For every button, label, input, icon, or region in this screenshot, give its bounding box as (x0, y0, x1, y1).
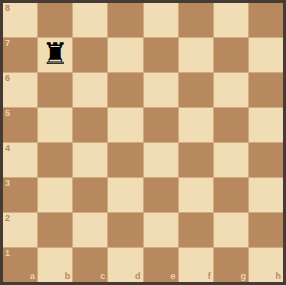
square-g1[interactable]: g (214, 248, 248, 282)
square-d4[interactable] (108, 143, 142, 177)
square-g7[interactable] (214, 38, 248, 72)
square-e4[interactable] (144, 143, 178, 177)
square-a8[interactable]: 8 (3, 3, 37, 37)
square-h3[interactable] (249, 178, 283, 212)
rank-label-1: 1 (5, 249, 10, 258)
chess-board: 87♜654321abcdefgh (0, 0, 286, 285)
file-label-h: h (276, 272, 282, 281)
square-h4[interactable] (249, 143, 283, 177)
rank-label-5: 5 (5, 109, 10, 118)
square-c6[interactable] (73, 73, 107, 107)
square-c1[interactable]: c (73, 248, 107, 282)
square-e3[interactable] (144, 178, 178, 212)
square-c4[interactable] (73, 143, 107, 177)
square-d8[interactable] (108, 3, 142, 37)
square-d6[interactable] (108, 73, 142, 107)
square-d1[interactable]: d (108, 248, 142, 282)
square-f6[interactable] (179, 73, 213, 107)
square-d7[interactable] (108, 38, 142, 72)
square-c5[interactable] (73, 108, 107, 142)
square-d3[interactable] (108, 178, 142, 212)
square-d2[interactable] (108, 213, 142, 247)
square-h7[interactable] (249, 38, 283, 72)
square-h2[interactable] (249, 213, 283, 247)
square-f7[interactable] (179, 38, 213, 72)
square-a3[interactable]: 3 (3, 178, 37, 212)
square-b4[interactable] (38, 143, 72, 177)
rank-label-3: 3 (5, 179, 10, 188)
square-h1[interactable]: h (249, 248, 283, 282)
square-e6[interactable] (144, 73, 178, 107)
square-a1[interactable]: 1a (3, 248, 37, 282)
square-g8[interactable] (214, 3, 248, 37)
rank-label-8: 8 (5, 4, 10, 13)
square-e7[interactable] (144, 38, 178, 72)
file-label-f: f (208, 272, 211, 281)
file-label-d: d (135, 272, 141, 281)
square-a6[interactable]: 6 (3, 73, 37, 107)
square-c7[interactable] (73, 38, 107, 72)
square-f2[interactable] (179, 213, 213, 247)
square-b2[interactable] (38, 213, 72, 247)
square-g2[interactable] (214, 213, 248, 247)
square-f8[interactable] (179, 3, 213, 37)
square-g5[interactable] (214, 108, 248, 142)
rank-label-6: 6 (5, 74, 10, 83)
file-label-g: g (240, 272, 246, 281)
square-f5[interactable] (179, 108, 213, 142)
board-grid: 87♜654321abcdefgh (3, 3, 283, 282)
square-c8[interactable] (73, 3, 107, 37)
square-f1[interactable]: f (179, 248, 213, 282)
square-d5[interactable] (108, 108, 142, 142)
square-b6[interactable] (38, 73, 72, 107)
square-h8[interactable] (249, 3, 283, 37)
square-a2[interactable]: 2 (3, 213, 37, 247)
square-a7[interactable]: 7 (3, 38, 37, 72)
square-g3[interactable] (214, 178, 248, 212)
square-b7[interactable]: ♜ (38, 38, 72, 72)
rank-label-4: 4 (5, 144, 10, 153)
square-c2[interactable] (73, 213, 107, 247)
square-e2[interactable] (144, 213, 178, 247)
square-e1[interactable]: e (144, 248, 178, 282)
square-a4[interactable]: 4 (3, 143, 37, 177)
square-f3[interactable] (179, 178, 213, 212)
file-label-e: e (171, 272, 176, 281)
square-b3[interactable] (38, 178, 72, 212)
rank-label-7: 7 (5, 39, 10, 48)
square-h6[interactable] (249, 73, 283, 107)
file-label-a: a (30, 272, 35, 281)
square-b1[interactable]: b (38, 248, 72, 282)
square-g6[interactable] (214, 73, 248, 107)
black-rook-b7[interactable]: ♜ (42, 39, 69, 69)
rank-label-2: 2 (5, 214, 10, 223)
square-f4[interactable] (179, 143, 213, 177)
square-c3[interactable] (73, 178, 107, 212)
square-e8[interactable] (144, 3, 178, 37)
file-label-b: b (65, 272, 71, 281)
square-b8[interactable] (38, 3, 72, 37)
square-a5[interactable]: 5 (3, 108, 37, 142)
file-label-c: c (100, 272, 105, 281)
square-h5[interactable] (249, 108, 283, 142)
square-b5[interactable] (38, 108, 72, 142)
square-e5[interactable] (144, 108, 178, 142)
square-g4[interactable] (214, 143, 248, 177)
